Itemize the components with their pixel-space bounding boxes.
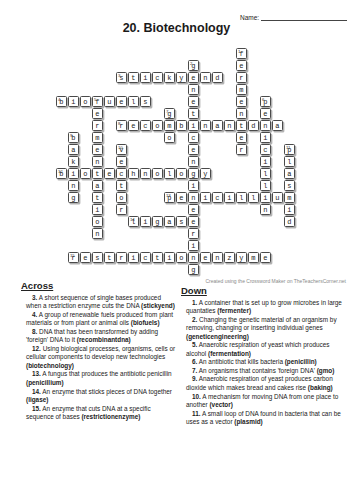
cell-letter: l [285, 158, 294, 167]
cell-letter: i [141, 74, 150, 83]
grid-cell-r14c8[interactable]: g [152, 216, 163, 227]
grid-cell-r3c15[interactable]: m [236, 84, 247, 95]
cell-letter: e [261, 254, 270, 263]
cell-letter: n [213, 254, 222, 263]
cell-letter: r [69, 254, 78, 263]
grid-cell-r17c5[interactable]: r [116, 252, 127, 263]
cell-letter: g [189, 266, 198, 275]
cell-letter: c [117, 170, 126, 179]
cell-letter: o [81, 170, 90, 179]
grid-cell-r6c9[interactable]: m [164, 120, 175, 131]
cell-letter: m [285, 194, 294, 203]
grid-cell-r13c19[interactable]: i [284, 204, 295, 215]
grid-cell-r7c3[interactable]: m [92, 132, 103, 143]
clue-answer: (penicillin) [285, 358, 317, 365]
grid-cell-r2c15[interactable]: r [236, 72, 247, 83]
grid-cell-r10c11[interactable]: g [188, 168, 199, 179]
grid-cell-r7c11[interactable]: c [188, 132, 199, 143]
grid-cell-r2c10[interactable]: y [176, 72, 187, 83]
cell-letter: i [129, 254, 138, 263]
clue-answer: (recombinantdna) [77, 336, 131, 343]
cell-letter: e [105, 170, 114, 179]
cell-letter: b [177, 122, 186, 131]
grid-cell-r13c3[interactable]: i [92, 204, 103, 215]
cell-letter: u [273, 194, 282, 203]
cell-letter: s [141, 98, 150, 107]
cell-letter: o [165, 134, 174, 143]
grid-cell-r17c8[interactable]: t [152, 252, 163, 263]
credit-line: Created using the Crossword Maker on The… [205, 278, 346, 284]
cell-letter: n [93, 158, 102, 167]
cell-letter: t [153, 254, 162, 263]
grid-cell-r17c11[interactable]: n [188, 252, 199, 263]
cell-letter: n [201, 74, 210, 83]
grid-cell-r7c1[interactable]: 9b [68, 132, 79, 143]
grid-cell-r6c13[interactable]: a [212, 120, 223, 131]
clue-label: 8. [32, 328, 37, 335]
grid-cell-r2c9[interactable]: k [164, 72, 175, 83]
cell-letter: k [165, 74, 174, 83]
cell-letter: g [69, 194, 78, 203]
grid-cell-r10c6[interactable]: h [128, 168, 139, 179]
cell-letter: z [225, 254, 234, 263]
clue-across-15: 15. An enzyme that cuts DNA at a specifi… [26, 405, 178, 422]
cell-letter: e [117, 98, 126, 107]
cell-letter: c [261, 146, 270, 155]
clue-label: 7. [192, 367, 197, 374]
cell-letter: n [237, 110, 246, 119]
grid-cell-r9c19[interactable]: l [284, 156, 295, 167]
grid-cell-r10c2[interactable]: o [80, 168, 91, 179]
clue-down-9: 9. Anaerobic respiration of yeast produc… [186, 375, 348, 392]
grid-cell-r5c11[interactable]: t [188, 108, 199, 119]
clue-answer: (restrictionenzyme) [81, 413, 140, 420]
grid-cell-r11c19[interactable]: s [284, 180, 295, 191]
clue-answer: (biotechnology) [26, 362, 74, 369]
grid-cell-r8c1[interactable]: a [68, 144, 79, 155]
grid-cell-r12c5[interactable]: o [116, 192, 127, 203]
grid-cell-r17c2[interactable]: e [80, 252, 91, 263]
cell-letter: r [117, 254, 126, 263]
clue-down-10: 10. A mechanism for moving DNA from one … [186, 393, 348, 410]
cell-letter: n [261, 206, 270, 215]
cell-letter: i [165, 254, 174, 263]
grid-cell-r12c18[interactable]: u [272, 192, 283, 203]
grid-cell-r12c9[interactable]: 13p [164, 192, 175, 203]
grid-cell-r2c12[interactable]: n [200, 72, 211, 83]
grid-cell-r8c5[interactable]: 10v [116, 144, 127, 155]
grid-cell-r10c9[interactable]: l [164, 168, 175, 179]
grid-cell-r6c16[interactable]: d [248, 120, 259, 131]
cell-letter: o [177, 170, 186, 179]
grid-cell-r12c12[interactable]: i [200, 192, 211, 203]
cell-letter: b [69, 134, 78, 143]
grid-cell-r17c12[interactable]: e [200, 252, 211, 263]
crossword-grid: 1f2ge3stickyendrnm4bio5fuelsee6pe7gtner8… [56, 48, 296, 276]
cell-letter: o [153, 170, 162, 179]
grid-cell-r4c2[interactable]: o [80, 96, 91, 107]
grid-cell-r6c6[interactable]: e [128, 120, 139, 131]
cell-letter: p [285, 146, 294, 155]
grid-cell-r11c3[interactable]: a [92, 180, 103, 191]
cell-letter: l [129, 218, 138, 227]
grid-cell-r17c4[interactable]: t [104, 252, 115, 263]
grid-cell-r4c17[interactable]: 6p [260, 96, 271, 107]
grid-cell-r10c8[interactable]: o [152, 168, 163, 179]
grid-cell-r14c19[interactable]: d [284, 216, 295, 227]
cell-letter: m [165, 122, 174, 131]
cell-letter: y [201, 170, 210, 179]
clue-label: 3. [32, 294, 37, 301]
cell-letter: e [237, 62, 246, 71]
cell-letter: n [261, 122, 270, 131]
clue-down-2: 2. Changing the genetic material of an o… [186, 316, 348, 342]
cell-letter: i [261, 158, 270, 167]
cell-letter: i [261, 194, 270, 203]
clue-down-7: 7. An organisms that contains 'foreign D… [186, 367, 348, 376]
grid-cell-r12c19[interactable]: m [284, 192, 295, 203]
grid-cell-r12c13[interactable]: c [212, 192, 223, 203]
cell-letter: o [93, 218, 102, 227]
cell-letter: b [57, 170, 66, 179]
cell-letter: o [81, 98, 90, 107]
grid-cell-r6c17[interactable]: n [260, 120, 271, 131]
cell-letter: i [93, 206, 102, 215]
cell-letter: l [165, 170, 174, 179]
grid-cell-r17c17[interactable]: e [260, 252, 271, 263]
grid-cell-r11c1[interactable]: n [68, 180, 79, 191]
cell-letter: e [189, 206, 198, 215]
cell-letter: g [153, 218, 162, 227]
grid-cell-r12c3[interactable]: t [92, 192, 103, 203]
grid-cell-r2c7[interactable]: i [140, 72, 151, 83]
grid-cell-r10c12[interactable]: y [200, 168, 211, 179]
clue-label: 13. [32, 370, 41, 377]
grid-cell-r8c15[interactable]: r [236, 144, 247, 155]
grid-cell-r15c11[interactable]: r [188, 228, 199, 239]
grid-cell-r13c17[interactable]: n [260, 204, 271, 215]
cell-letter: d [213, 74, 222, 83]
grid-cell-r12c16[interactable]: l [248, 192, 259, 203]
cell-letter: t [237, 122, 246, 131]
grid-cell-r6c14[interactable]: n [224, 120, 235, 131]
cell-letter: e [261, 110, 270, 119]
grid-cell-r4c11[interactable]: e [188, 96, 199, 107]
grid-cell-r5c17[interactable]: e [260, 108, 271, 119]
cell-letter: g [189, 170, 198, 179]
cell-letter: n [189, 158, 198, 167]
grid-cell-r17c14[interactable]: z [224, 252, 235, 263]
grid-cell-r12c15[interactable]: l [236, 192, 247, 203]
cell-letter: n [69, 182, 78, 191]
grid-cell-r11c11[interactable]: i [188, 180, 199, 191]
cell-letter: c [189, 134, 198, 143]
grid-cell-r9c5[interactable]: e [116, 156, 127, 167]
grid-cell-r17c3[interactable]: s [92, 252, 103, 263]
cell-letter: e [93, 146, 102, 155]
grid-cell-r8c17[interactable]: c [260, 144, 271, 155]
cell-letter: n [93, 230, 102, 239]
cell-letter: e [81, 254, 90, 263]
cell-letter: i [69, 98, 78, 107]
grid-cell-r17c16[interactable]: m [248, 252, 259, 263]
grid-cell-r5c9[interactable]: 7g [164, 108, 175, 119]
grid-cell-r4c6[interactable]: l [128, 96, 139, 107]
grid-cell-r9c1[interactable]: k [68, 156, 79, 167]
grid-cell-r12c11[interactable]: n [188, 192, 199, 203]
grid-cell-r17c10[interactable]: o [176, 252, 187, 263]
cell-letter: o [177, 254, 186, 263]
grid-cell-r17c6[interactable]: i [128, 252, 139, 263]
grid-cell-r4c7[interactable]: s [140, 96, 151, 107]
clue-answer: (vector) [209, 401, 232, 408]
grid-cell-r14c11[interactable]: e [188, 216, 199, 227]
clue-down-1: 1. A container that is set up to grow mi… [186, 299, 348, 316]
grid-cell-r10c19[interactable]: a [284, 168, 295, 179]
grid-cell-r14c3[interactable]: o [92, 216, 103, 227]
cell-letter: e [237, 98, 246, 107]
grid-cell-r13c5[interactable]: r [116, 204, 127, 215]
grid-cell-r4c0[interactable]: 4b [56, 96, 67, 107]
grid-cell-r6c11[interactable]: i [188, 120, 199, 131]
cell-letter: r [117, 206, 126, 215]
grid-cell-r7c17[interactable]: i [260, 132, 271, 143]
grid-cell-r6c3[interactable]: r [92, 120, 103, 131]
grid-cell-r10c0[interactable]: 12b [56, 168, 67, 179]
cell-letter: n [189, 86, 198, 95]
grid-cell-r6c5[interactable]: 8r [116, 120, 127, 131]
cell-letter: n [189, 194, 198, 203]
clue-answer: (ligase) [26, 396, 48, 403]
cell-letter: r [237, 146, 246, 155]
clue-label: 5. [192, 341, 197, 348]
grid-cell-r10c4[interactable]: e [104, 168, 115, 179]
cell-letter: t [129, 74, 138, 83]
grid-cell-r10c3[interactable]: t [92, 168, 103, 179]
clue-label: 2. [192, 316, 197, 323]
clue-across-4: 4. A group of renewable fuels produced f… [26, 311, 178, 328]
cell-letter: n [225, 122, 234, 131]
grid-cell-r12c10[interactable]: e [176, 192, 187, 203]
cell-letter: e [189, 146, 198, 155]
cell-letter: o [117, 194, 126, 203]
grid-cell-r2c6[interactable]: t [128, 72, 139, 83]
grid-cell-r1c11[interactable]: 2g [188, 60, 199, 71]
cell-letter: b [57, 98, 66, 107]
grid-cell-r8c19[interactable]: 11p [284, 144, 295, 155]
grid-cell-r10c7[interactable]: n [140, 168, 151, 179]
grid-cell-r6c8[interactable]: o [152, 120, 163, 131]
grid-cell-r4c1[interactable]: i [68, 96, 79, 107]
grid-cell-r0c15[interactable]: 1f [236, 48, 247, 59]
cell-letter: u [105, 98, 114, 107]
cell-letter: m [237, 86, 246, 95]
grid-cell-r2c8[interactable]: c [152, 72, 163, 83]
grid-cell-r12c1[interactable]: g [68, 192, 79, 203]
grid-cell-r14c9[interactable]: a [164, 216, 175, 227]
cell-letter: p [165, 194, 174, 203]
cell-letter: t [189, 110, 198, 119]
cell-letter: h [129, 170, 138, 179]
cell-letter: a [165, 218, 174, 227]
grid-cell-r6c7[interactable]: c [140, 120, 151, 131]
grid-cell-r4c4[interactable]: u [104, 96, 115, 107]
clue-down-6: 6. An antibiotic that kills bacteria (pe… [186, 358, 348, 367]
grid-cell-r17c15[interactable]: y [236, 252, 247, 263]
clue-label: 4. [32, 311, 37, 318]
across-clues-column: Across 3. A short sequence of single bas… [26, 282, 178, 422]
clue-across-12: 12. Using biological processes, organism… [26, 345, 178, 371]
cell-letter: e [93, 110, 102, 119]
cell-letter: a [69, 146, 78, 155]
grid-cell-r10c17[interactable]: l [260, 168, 271, 179]
clue-label: 11. [192, 410, 201, 417]
grid-cell-r6c10[interactable]: b [176, 120, 187, 131]
cell-letter: k [69, 158, 78, 167]
grid-cell-r17c1[interactable]: 15r [68, 252, 79, 263]
clue-answer: (biofuels) [131, 319, 160, 326]
grid-cell-r8c3[interactable]: e [92, 144, 103, 155]
cell-letter: f [93, 98, 102, 107]
grid-cell-r3c11[interactable]: n [188, 84, 199, 95]
grid-cell-r10c1[interactable]: i [68, 168, 79, 179]
clue-label: 1. [192, 299, 197, 306]
cell-letter: c [153, 74, 162, 83]
cell-letter: i [201, 194, 210, 203]
grid-cell-r4c15[interactable]: e [236, 96, 247, 107]
clue-answer: (fermenter) [217, 307, 251, 314]
cell-letter: s [177, 218, 186, 227]
cell-letter: i [69, 170, 78, 179]
grid-cell-r17c9[interactable]: i [164, 252, 175, 263]
grid-cell-r13c11[interactable]: e [188, 204, 199, 215]
grid-cell-r12c17[interactable]: i [260, 192, 271, 203]
clue-across-13: 13. A fungus that produces the antibioti… [26, 370, 178, 387]
cell-letter: t [93, 194, 102, 203]
down-clues-column: Down 1. A container that is set up to gr… [186, 287, 348, 427]
grid-cell-r4c5[interactable]: e [116, 96, 127, 107]
cell-letter: l [261, 182, 270, 191]
cell-letter: r [93, 122, 102, 131]
grid-cell-r5c3[interactable]: e [92, 108, 103, 119]
grid-cell-r7c15[interactable]: e [236, 132, 247, 143]
cell-letter: l [237, 194, 246, 203]
cell-letter: f [237, 50, 246, 59]
grid-cell-r17c7[interactable]: c [140, 252, 151, 263]
grid-cell-r11c17[interactable]: l [260, 180, 271, 191]
clue-label: 14. [32, 388, 41, 395]
cell-letter: l [261, 170, 270, 179]
cell-letter: l [249, 194, 258, 203]
grid-cell-r6c15[interactable]: t [236, 120, 247, 131]
cell-letter: o [153, 122, 162, 131]
cell-letter: i [189, 182, 198, 191]
cell-letter: n [189, 254, 198, 263]
cell-letter: s [285, 182, 294, 191]
cell-letter: e [129, 122, 138, 131]
cell-letter: e [189, 74, 198, 83]
cell-letter: e [189, 98, 198, 107]
grid-cell-r2c5[interactable]: 3s [116, 72, 127, 83]
cell-letter: a [93, 182, 102, 191]
cell-letter: n [141, 170, 150, 179]
grid-cell-r9c17[interactable]: i [260, 156, 271, 167]
clue-across-14: 14. An enzyme that sticks pieces of DNA … [26, 388, 178, 405]
grid-cell-r9c3[interactable]: n [92, 156, 103, 167]
grid-cell-r17c13[interactable]: n [212, 252, 223, 263]
grid-cell-r6c18[interactable]: a [272, 120, 283, 131]
clue-answer: (plasmid) [234, 418, 262, 425]
cell-letter: e [201, 254, 210, 263]
grid-cell-r8c11[interactable]: e [188, 144, 199, 155]
cell-letter: s [93, 254, 102, 263]
grid-cell-r10c5[interactable]: c [116, 168, 127, 179]
grid-cell-r10c10[interactable]: o [176, 168, 187, 179]
cell-letter: t [93, 170, 102, 179]
clue-answer: (baking) [308, 384, 333, 391]
grid-cell-r12c14[interactable]: i [224, 192, 235, 203]
grid-cell-r14c6[interactable]: 14l [128, 216, 139, 227]
page-title: 20. Biotechnology [0, 21, 353, 35]
grid-cell-r9c11[interactable]: n [188, 156, 199, 167]
cell-letter: d [249, 122, 258, 131]
cell-letter: i [189, 242, 198, 251]
cell-letter: i [261, 134, 270, 143]
cell-letter: g [189, 62, 198, 71]
grid-cell-r14c10[interactable]: s [176, 216, 187, 227]
grid-cell-r11c5[interactable]: t [116, 180, 127, 191]
clue-answer: (fermentation) [208, 350, 251, 357]
cell-letter: e [177, 194, 186, 203]
grid-cell-r18c11[interactable]: g [188, 264, 199, 275]
grid-cell-r15c3[interactable]: n [92, 228, 103, 239]
cell-letter: t [105, 254, 114, 263]
clue-label: 9. [192, 375, 197, 382]
clue-label: 6. [192, 358, 197, 365]
cell-letter: l [129, 98, 138, 107]
clue-answer: (stickyend) [141, 302, 175, 309]
clue-down-11: 11. A small loop of DNA found in bacteri… [186, 410, 348, 427]
crossword-worksheet: 20. Biotechnology Name: 1f2ge3stickyendr… [0, 0, 353, 500]
grid-cell-r7c9[interactable]: o [164, 132, 175, 143]
cell-letter: y [177, 74, 186, 83]
clue-label: 12. [32, 345, 41, 352]
name-blank-line[interactable] [261, 13, 347, 21]
grid-cell-r4c3[interactable]: 5f [92, 96, 103, 107]
clue-across-3: 3. A short sequence of single bases prod… [26, 294, 178, 311]
clue-answer: (penicillium) [26, 379, 64, 386]
cell-letter: n [201, 122, 210, 131]
cell-letter: c [141, 254, 150, 263]
cell-letter: t [117, 182, 126, 191]
grid-cell-r1c15[interactable]: e [236, 60, 247, 71]
grid-cell-r6c12[interactable]: n [200, 120, 211, 131]
cell-letter: m [93, 134, 102, 143]
grid-cell-r2c11[interactable]: e [188, 72, 199, 83]
cell-letter: p [261, 98, 270, 107]
cell-letter: i [285, 206, 294, 215]
cell-letter: i [189, 122, 198, 131]
cell-letter: i [225, 194, 234, 203]
grid-cell-r5c15[interactable]: n [236, 108, 247, 119]
clue-down-5: 5. Anaerobic respiration of yeast which … [186, 341, 348, 358]
grid-cell-r2c13[interactable]: d [212, 72, 223, 83]
cell-letter: r [237, 74, 246, 83]
grid-cell-r14c7[interactable]: i [140, 216, 151, 227]
grid-cell-r16c11[interactable]: i [188, 240, 199, 251]
cell-letter: r [117, 122, 126, 131]
clue-label: 15. [32, 405, 41, 412]
